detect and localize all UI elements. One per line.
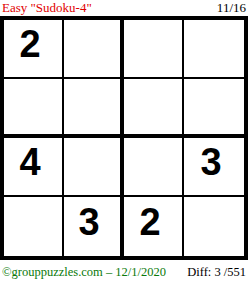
cell-r1c3[interactable] [124, 20, 184, 79]
clue-counter: 11/16 [217, 0, 246, 15]
cell-r4c4[interactable] [184, 197, 244, 256]
cell-r1c1[interactable]: 2 [4, 20, 64, 79]
cell-r1c2[interactable] [64, 20, 124, 79]
sudoku-board: 24332 [0, 16, 248, 260]
given-digit: 4 [19, 143, 40, 181]
cell-r4c1[interactable] [4, 197, 64, 256]
cell-r2c1[interactable] [4, 79, 64, 138]
cell-r2c4[interactable] [184, 79, 244, 138]
given-digit: 3 [200, 143, 221, 181]
given-digit: 2 [19, 25, 40, 63]
sudoku-page: Easy "Sudoku-4" 11/16 24332 ©grouppuzzle… [0, 0, 248, 282]
cell-r2c2[interactable] [64, 79, 124, 138]
puzzle-title: Easy "Sudoku-4" [2, 0, 92, 15]
header: Easy "Sudoku-4" 11/16 [0, 0, 248, 16]
footer: ©grouppuzzles.com – 12/1/2020 Diff: 3 /5… [0, 264, 248, 280]
given-digit: 3 [78, 203, 99, 241]
cell-r4c2[interactable]: 3 [64, 197, 124, 256]
cell-r3c2[interactable] [64, 138, 124, 197]
cell-r3c3[interactable] [124, 138, 184, 197]
cell-r3c1[interactable]: 4 [4, 138, 64, 197]
difficulty-text: Diff: 3 /551 [187, 265, 246, 280]
cell-r1c4[interactable] [184, 20, 244, 79]
copyright-text: ©grouppuzzles.com – 12/1/2020 [2, 265, 166, 280]
given-digit: 2 [139, 203, 160, 241]
cell-r3c4[interactable]: 3 [184, 138, 244, 197]
cell-r2c3[interactable] [124, 79, 184, 138]
cell-r4c3[interactable]: 2 [124, 197, 184, 256]
